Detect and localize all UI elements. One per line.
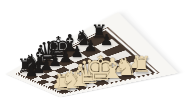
white-rook-h1[interactable]: ♜	[132, 53, 152, 75]
chess-set-photo: ♜♞♝♛♚♝♞♜♟♟♟♟♟♟♟♟♟♟♟♟♟♟♟♟♜♞♝♛♚♝♞♜	[0, 0, 192, 110]
black-pawn-h7[interactable]: ♟	[100, 32, 114, 47]
pieces-layer: ♜♞♝♛♚♝♞♜♟♟♟♟♟♟♟♟♟♟♟♟♟♟♟♟♜♞♝♛♚♝♞♜	[0, 0, 192, 110]
